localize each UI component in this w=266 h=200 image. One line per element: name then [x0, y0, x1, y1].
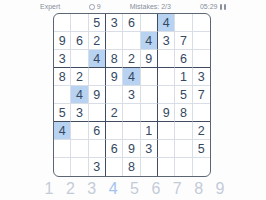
- numpad-key-7[interactable]: 7: [171, 180, 183, 198]
- cell-r2c6[interactable]: 4: [141, 32, 158, 50]
- cell-r1c5[interactable]: 6: [123, 14, 140, 32]
- cell-r7c9[interactable]: 2: [193, 122, 210, 140]
- cell-r5c2[interactable]: 4: [71, 86, 88, 104]
- timer-group: 05:29: [200, 2, 226, 12]
- number-pad: 123456789: [43, 179, 226, 198]
- mistakes-counter: Mistakes: 2/3: [130, 2, 171, 12]
- cell-r3c9[interactable]: [193, 50, 210, 68]
- cell-r6c3[interactable]: [89, 104, 106, 122]
- cell-r4c9[interactable]: 3: [193, 68, 210, 86]
- cell-r4c4[interactable]: 9: [106, 68, 123, 86]
- cell-r9c9[interactable]: [193, 158, 210, 176]
- cell-r7c7[interactable]: [158, 122, 175, 140]
- cell-r4c5[interactable]: 4: [123, 68, 140, 86]
- cell-r7c2[interactable]: [71, 122, 88, 140]
- cell-r9c4[interactable]: [106, 158, 123, 176]
- cell-r1c2[interactable]: [71, 14, 88, 32]
- cell-r2c1[interactable]: 9: [54, 32, 71, 50]
- cell-r6c2[interactable]: 3: [71, 104, 88, 122]
- cell-r3c2[interactable]: [71, 50, 88, 68]
- cell-r8c2[interactable]: [71, 140, 88, 158]
- cell-r2c8[interactable]: 7: [175, 32, 192, 50]
- cell-r6c8[interactable]: 8: [175, 104, 192, 122]
- score-indicator: 9: [89, 2, 100, 12]
- cell-r1c3[interactable]: 5: [89, 14, 106, 32]
- cell-r7c8[interactable]: [175, 122, 192, 140]
- cell-r9c7[interactable]: [158, 158, 175, 176]
- cell-r3c5[interactable]: 2: [123, 50, 140, 68]
- cell-r9c8[interactable]: [175, 158, 192, 176]
- cell-r9c3[interactable]: 3: [89, 158, 106, 176]
- cell-r8c3[interactable]: [89, 140, 106, 158]
- cell-r7c3[interactable]: 6: [89, 122, 106, 140]
- cell-r9c2[interactable]: [71, 158, 88, 176]
- cell-r2c9[interactable]: [193, 32, 210, 50]
- numpad-key-3[interactable]: 3: [86, 180, 98, 198]
- cell-r5c6[interactable]: [141, 86, 158, 104]
- cell-r8c6[interactable]: 3: [141, 140, 158, 158]
- cell-r7c1[interactable]: 4: [54, 122, 71, 140]
- cell-r6c1[interactable]: 5: [54, 104, 71, 122]
- cell-r6c6[interactable]: [141, 104, 158, 122]
- cell-r2c5[interactable]: [123, 32, 140, 50]
- numpad-key-2[interactable]: 2: [64, 180, 76, 198]
- cell-r5c7[interactable]: [158, 86, 175, 104]
- cell-r8c8[interactable]: [175, 140, 192, 158]
- cell-r5c9[interactable]: 7: [193, 86, 210, 104]
- cell-r7c6[interactable]: 1: [141, 122, 158, 140]
- cell-r4c7[interactable]: [158, 68, 175, 86]
- numpad-key-5[interactable]: 5: [129, 180, 141, 198]
- cell-r1c4[interactable]: 3: [106, 14, 123, 32]
- pause-icon[interactable]: [220, 4, 226, 10]
- cell-r3c3[interactable]: 4: [89, 50, 106, 68]
- cell-r3c6[interactable]: 9: [141, 50, 158, 68]
- cell-r1c8[interactable]: [175, 14, 192, 32]
- cell-r2c7[interactable]: 3: [158, 32, 175, 50]
- cell-r4c3[interactable]: [89, 68, 106, 86]
- cell-r9c1[interactable]: [54, 158, 71, 176]
- sudoku-board[interactable]: 5364962437348296829413493575329846126935…: [53, 13, 211, 177]
- cell-r2c4[interactable]: [106, 32, 123, 50]
- cell-r8c9[interactable]: 5: [193, 140, 210, 158]
- numpad-key-8[interactable]: 8: [193, 180, 205, 198]
- cell-r3c4[interactable]: 8: [106, 50, 123, 68]
- cell-r1c6[interactable]: [141, 14, 158, 32]
- cell-r3c7[interactable]: [158, 50, 175, 68]
- cell-r8c5[interactable]: 9: [123, 140, 140, 158]
- cell-r6c7[interactable]: 9: [158, 104, 175, 122]
- cell-r8c1[interactable]: [54, 140, 71, 158]
- timer: 05:29: [200, 2, 218, 12]
- cell-r1c7[interactable]: 4: [158, 14, 175, 32]
- cell-r8c7[interactable]: [158, 140, 175, 158]
- numpad-key-1[interactable]: 1: [43, 180, 55, 198]
- numpad-key-9[interactable]: 9: [214, 180, 226, 198]
- cell-r4c1[interactable]: 8: [54, 68, 71, 86]
- numpad-key-4[interactable]: 4: [107, 180, 119, 198]
- header: Expert 9 Mistakes: 2/3 05:29: [40, 2, 226, 12]
- numpad-key-6[interactable]: 6: [150, 180, 162, 198]
- cell-r7c4[interactable]: [106, 122, 123, 140]
- cell-r2c3[interactable]: 2: [89, 32, 106, 50]
- cell-r8c4[interactable]: 6: [106, 140, 123, 158]
- cell-r3c8[interactable]: 6: [175, 50, 192, 68]
- cell-r4c6[interactable]: [141, 68, 158, 86]
- cell-r7c5[interactable]: [123, 122, 140, 140]
- cell-r4c2[interactable]: 2: [71, 68, 88, 86]
- cell-r6c5[interactable]: [123, 104, 140, 122]
- cell-r2c2[interactable]: 6: [71, 32, 88, 50]
- cell-r9c5[interactable]: 8: [123, 158, 140, 176]
- score-value: 9: [97, 2, 101, 12]
- cell-r5c5[interactable]: 3: [123, 86, 140, 104]
- cell-r5c3[interactable]: 9: [89, 86, 106, 104]
- cell-r1c1[interactable]: [54, 14, 71, 32]
- cell-r6c9[interactable]: [193, 104, 210, 122]
- cell-r5c1[interactable]: [54, 86, 71, 104]
- circle-icon: [89, 4, 95, 10]
- cell-r5c8[interactable]: 5: [175, 86, 192, 104]
- cell-r4c8[interactable]: 1: [175, 68, 192, 86]
- cell-r6c4[interactable]: 2: [106, 104, 123, 122]
- difficulty-label[interactable]: Expert: [40, 2, 60, 12]
- cell-r3c1[interactable]: 3: [54, 50, 71, 68]
- cell-r1c9[interactable]: [193, 14, 210, 32]
- cell-r9c6[interactable]: [141, 158, 158, 176]
- cell-r5c4[interactable]: [106, 86, 123, 104]
